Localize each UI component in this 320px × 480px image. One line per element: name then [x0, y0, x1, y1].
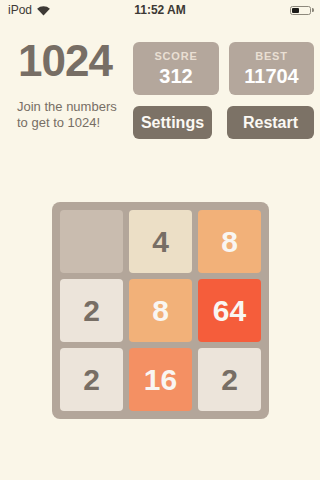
tile-4: 4 [129, 210, 192, 273]
status-bar: iPod 11:52 AM [0, 0, 320, 20]
settings-button[interactable]: Settings [133, 106, 212, 139]
tile-64: 64 [198, 279, 261, 342]
tagline: Join the numbers to get to 1024! [17, 99, 117, 131]
tagline-line1: Join the numbers [17, 99, 117, 115]
tile-16: 16 [129, 348, 192, 411]
battery-nub [312, 8, 314, 12]
empty-cell [60, 210, 123, 273]
score-label: SCORE [154, 50, 197, 62]
clock: 11:52 AM [0, 3, 320, 17]
score-box: SCORE 312 [133, 42, 219, 95]
restart-button[interactable]: Restart [227, 106, 314, 139]
tile-2: 2 [60, 279, 123, 342]
score-row: SCORE 312 BEST 11704 [133, 42, 314, 95]
best-label: BEST [255, 50, 288, 62]
best-value: 11704 [244, 65, 299, 88]
game-board[interactable]: 4828642162 [52, 202, 269, 419]
button-row: Settings Restart [133, 106, 314, 139]
page-title: 1024 [18, 36, 112, 86]
tile-8: 8 [129, 279, 192, 342]
battery-icon [290, 6, 311, 15]
tile-2: 2 [198, 348, 261, 411]
tile-2: 2 [60, 348, 123, 411]
best-box: BEST 11704 [229, 42, 314, 95]
tile-8: 8 [198, 210, 261, 273]
battery-fill [292, 8, 299, 13]
tagline-line2: to get to 1024! [17, 115, 117, 131]
score-value: 312 [159, 65, 192, 88]
